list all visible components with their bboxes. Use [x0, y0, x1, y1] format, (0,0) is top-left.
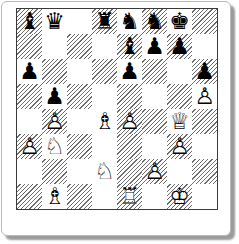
square-f2[interactable]: ♟♙: [142, 159, 167, 184]
square-d8[interactable]: ♜: [92, 9, 117, 34]
square-h8[interactable]: [192, 9, 217, 34]
square-a6[interactable]: ♟: [17, 59, 42, 84]
white-p-piece: ♙: [194, 84, 215, 109]
square-b3[interactable]: ♞♘: [42, 134, 67, 159]
black-n-piece: ♞: [119, 9, 140, 34]
black-b-piece: ♝: [19, 9, 40, 34]
square-c1[interactable]: [67, 184, 92, 209]
square-h7[interactable]: [192, 34, 217, 59]
white-p-piece-fill: ♟: [194, 84, 215, 109]
square-a1[interactable]: [17, 184, 42, 209]
white-b-piece: ♗: [94, 109, 115, 134]
square-h1[interactable]: [192, 184, 217, 209]
square-f8[interactable]: ♞: [142, 9, 167, 34]
white-n-piece: ♘: [94, 159, 115, 184]
square-c2[interactable]: [67, 159, 92, 184]
white-p-piece: ♙: [19, 134, 40, 159]
square-h6[interactable]: ♟: [192, 59, 217, 84]
square-h5[interactable]: ♟♙: [192, 84, 217, 109]
white-r-piece-fill: ♜: [119, 184, 140, 209]
square-d2[interactable]: ♞♘: [92, 159, 117, 184]
white-q-piece-fill: ♛: [169, 109, 190, 134]
square-c7[interactable]: [67, 34, 92, 59]
black-p-piece: ♟: [119, 59, 140, 84]
white-n-piece-fill: ♞: [44, 134, 65, 159]
square-e7[interactable]: ♝: [117, 34, 142, 59]
white-q-piece: ♕: [169, 109, 190, 134]
square-g8[interactable]: ♚: [167, 9, 192, 34]
black-p-piece: ♟: [44, 84, 65, 109]
square-b2[interactable]: [42, 159, 67, 184]
square-a5[interactable]: [17, 84, 42, 109]
square-g6[interactable]: [167, 59, 192, 84]
square-d6[interactable]: [92, 59, 117, 84]
white-p-piece-fill: ♟: [144, 159, 165, 184]
square-f1[interactable]: [142, 184, 167, 209]
black-k-piece: ♚: [169, 9, 190, 34]
square-h2[interactable]: [192, 159, 217, 184]
white-p-piece-fill: ♟: [44, 109, 65, 134]
white-n-piece-fill: ♞: [94, 159, 115, 184]
black-b-piece: ♝: [119, 34, 140, 59]
square-d4[interactable]: ♝♗: [92, 109, 117, 134]
square-a2[interactable]: [17, 159, 42, 184]
square-e2[interactable]: [117, 159, 142, 184]
white-b-piece-fill: ♝: [44, 184, 65, 209]
white-k-piece-fill: ♚: [169, 184, 190, 209]
square-g7[interactable]: ♟: [167, 34, 192, 59]
white-p-piece-fill: ♟: [169, 134, 190, 159]
square-e8[interactable]: ♞: [117, 9, 142, 34]
square-c8[interactable]: [67, 9, 92, 34]
black-p-piece: ♟: [194, 59, 215, 84]
square-c4[interactable]: [67, 109, 92, 134]
square-a8[interactable]: ♝: [17, 9, 42, 34]
white-k-piece: ♔: [169, 184, 190, 209]
square-d7[interactable]: [92, 34, 117, 59]
square-g1[interactable]: ♚♔: [167, 184, 192, 209]
square-f5[interactable]: [142, 84, 167, 109]
black-n-piece: ♞: [144, 9, 165, 34]
square-g4[interactable]: ♛♕: [167, 109, 192, 134]
white-p-piece: ♙: [119, 109, 140, 134]
square-f3[interactable]: [142, 134, 167, 159]
white-r-piece: ♖: [119, 184, 140, 209]
black-p-piece: ♟: [169, 34, 190, 59]
black-p-piece: ♟: [144, 34, 165, 59]
square-d3[interactable]: [92, 134, 117, 159]
square-d5[interactable]: [92, 84, 117, 109]
square-b5[interactable]: ♟: [42, 84, 67, 109]
square-b1[interactable]: ♝♗: [42, 184, 67, 209]
square-c5[interactable]: [67, 84, 92, 109]
square-c6[interactable]: [67, 59, 92, 84]
square-h3[interactable]: [192, 134, 217, 159]
black-r-piece: ♜: [94, 9, 115, 34]
square-e4[interactable]: ♟♙: [117, 109, 142, 134]
square-e5[interactable]: [117, 84, 142, 109]
square-b6[interactable]: [42, 59, 67, 84]
square-h4[interactable]: [192, 109, 217, 134]
chess-board: ♝♛♜♞♞♚♝♟♟♟♟♟♟♟♙♟♙♝♗♟♙♛♕♟♙♞♘♟♙♞♘♟♙♝♗♜♖♚♔: [16, 8, 218, 210]
white-p-piece: ♙: [169, 134, 190, 159]
square-g2[interactable]: [167, 159, 192, 184]
white-n-piece: ♘: [44, 134, 65, 159]
square-e6[interactable]: ♟: [117, 59, 142, 84]
square-g5[interactable]: [167, 84, 192, 109]
square-g3[interactable]: ♟♙: [167, 134, 192, 159]
square-a7[interactable]: [17, 34, 42, 59]
square-b7[interactable]: [42, 34, 67, 59]
square-d1[interactable]: [92, 184, 117, 209]
page: { "game": "chess", "diagram_title": "", …: [0, 0, 239, 244]
white-p-piece: ♙: [44, 109, 65, 134]
black-q-piece: ♛: [44, 9, 65, 34]
square-f6[interactable]: [142, 59, 167, 84]
square-e3[interactable]: [117, 134, 142, 159]
white-p-piece-fill: ♟: [119, 109, 140, 134]
black-p-piece: ♟: [19, 59, 40, 84]
white-b-piece: ♗: [44, 184, 65, 209]
square-f4[interactable]: [142, 109, 167, 134]
square-f7[interactable]: ♟: [142, 34, 167, 59]
square-a4[interactable]: [17, 109, 42, 134]
square-e1[interactable]: ♜♖: [117, 184, 142, 209]
white-p-piece-fill: ♟: [19, 134, 40, 159]
white-b-piece-fill: ♝: [94, 109, 115, 134]
square-b8[interactable]: ♛: [42, 9, 67, 34]
square-a3[interactable]: ♟♙: [17, 134, 42, 159]
white-p-piece: ♙: [144, 159, 165, 184]
square-c3[interactable]: [67, 134, 92, 159]
square-b4[interactable]: ♟♙: [42, 109, 67, 134]
